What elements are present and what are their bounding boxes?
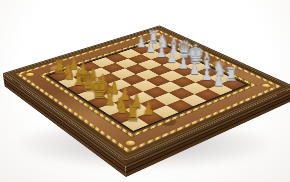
- piece-gold-rook[interactable]: ♜: [123, 100, 143, 124]
- chess-set-photo: ♜♞♝♛♚♝♞♜♟♟♟♟♟♟♟♟♟♟♟♟♟♟♟♟♜♞♝♛♚♝♞♜: [0, 0, 290, 182]
- piece-silver-pawn[interactable]: ♟: [210, 71, 228, 90]
- perspective-stage: ♜♞♝♛♚♝♞♜♟♟♟♟♟♟♟♟♟♟♟♟♟♟♟♟♜♞♝♛♚♝♞♜: [0, 0, 290, 182]
- pieces-layer: ♜♞♝♛♚♝♞♜♟♟♟♟♟♟♟♟♟♟♟♟♟♟♟♟♜♞♝♛♚♝♞♜: [3, 25, 290, 161]
- chess-board: ♜♞♝♛♚♝♞♜♟♟♟♟♟♟♟♟♟♟♟♟♟♟♟♟♜♞♝♛♚♝♞♜: [3, 25, 290, 161]
